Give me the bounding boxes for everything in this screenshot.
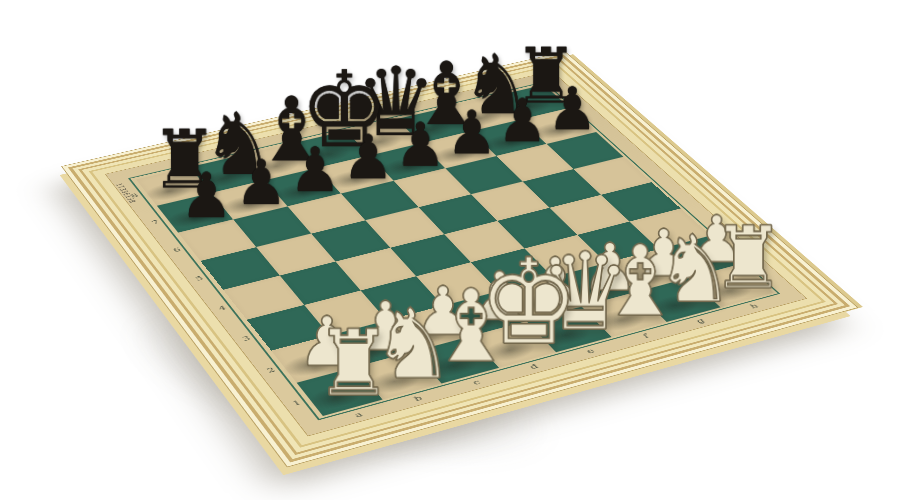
board-grid: ♜♞♝♚♛♝♞♜♟♟♟♟♟♟♟♟♟♟♟♟♟♟♟♟♜♞♝♚♛♝♞♜ [136,85,774,416]
piece-white-rook[interactable]: ♜ [271,318,435,409]
square-a1[interactable]: ♜ [296,367,382,416]
square-f5[interactable] [470,181,549,220]
photo-canvas: 1T33E13B 87654321 ♜♞♝♚♛♝♞♜♟♟♟♟♟♟♟♟♟♟♟♟♟♟… [0,0,917,500]
